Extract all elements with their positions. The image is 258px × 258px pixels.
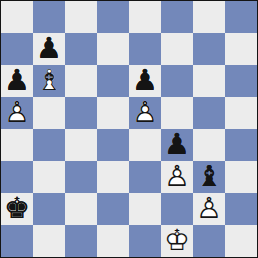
square-a4[interactable] [1, 129, 33, 161]
square-h5[interactable] [225, 97, 257, 129]
square-d4[interactable] [97, 129, 129, 161]
square-c5[interactable] [65, 97, 97, 129]
square-f4[interactable]: ♟♟ [161, 129, 193, 161]
piece-white-pawn[interactable]: ♟♙ [161, 161, 193, 193]
piece-black-pawn[interactable]: ♟♟ [33, 33, 65, 65]
square-e4[interactable] [129, 129, 161, 161]
square-f1[interactable]: ♚♔ [161, 225, 193, 257]
square-a7[interactable] [1, 33, 33, 65]
square-e2[interactable] [129, 193, 161, 225]
square-e7[interactable] [129, 33, 161, 65]
square-f5[interactable] [161, 97, 193, 129]
white-pawn-glyph-outline: ♙ [1, 97, 33, 129]
square-f8[interactable] [161, 1, 193, 33]
square-b5[interactable] [33, 97, 65, 129]
square-d2[interactable] [97, 193, 129, 225]
square-d5[interactable] [97, 97, 129, 129]
white-bishop-glyph-outline: ♗ [33, 65, 65, 97]
square-b3[interactable] [33, 161, 65, 193]
square-c7[interactable] [65, 33, 97, 65]
square-f6[interactable] [161, 65, 193, 97]
square-g6[interactable] [193, 65, 225, 97]
square-h6[interactable] [225, 65, 257, 97]
square-g2[interactable]: ♟♙ [193, 193, 225, 225]
square-b6[interactable]: ♝♗ [33, 65, 65, 97]
piece-black-pawn[interactable]: ♟♟ [161, 129, 193, 161]
square-h4[interactable] [225, 129, 257, 161]
square-c3[interactable] [65, 161, 97, 193]
white-pawn-glyph-outline: ♙ [193, 193, 225, 225]
piece-black-king[interactable]: ♚♚ [1, 193, 33, 225]
square-d7[interactable] [97, 33, 129, 65]
white-pawn-glyph-outline: ♙ [129, 97, 161, 129]
square-f2[interactable] [161, 193, 193, 225]
square-e3[interactable] [129, 161, 161, 193]
chess-board: ♟♟♟♟♝♗♟♟♟♙♟♙♟♟♟♙♝♝♚♚♟♙♚♔ [1, 1, 257, 257]
square-c4[interactable] [65, 129, 97, 161]
black-pawn-glyph-outline: ♟ [1, 65, 33, 97]
white-pawn-glyph-outline: ♙ [161, 161, 193, 193]
square-d6[interactable] [97, 65, 129, 97]
square-b8[interactable] [33, 1, 65, 33]
black-pawn-glyph-outline: ♟ [33, 33, 65, 65]
square-b1[interactable] [33, 225, 65, 257]
square-d3[interactable] [97, 161, 129, 193]
square-g4[interactable] [193, 129, 225, 161]
square-h2[interactable] [225, 193, 257, 225]
piece-black-pawn[interactable]: ♟♟ [1, 65, 33, 97]
square-g7[interactable] [193, 33, 225, 65]
square-b2[interactable] [33, 193, 65, 225]
square-b4[interactable] [33, 129, 65, 161]
piece-white-king[interactable]: ♚♔ [161, 225, 193, 257]
square-e8[interactable] [129, 1, 161, 33]
white-king-glyph-outline: ♔ [161, 225, 193, 257]
square-a3[interactable] [1, 161, 33, 193]
square-e6[interactable]: ♟♟ [129, 65, 161, 97]
black-pawn-glyph-outline: ♟ [161, 129, 193, 161]
square-h1[interactable] [225, 225, 257, 257]
square-g5[interactable] [193, 97, 225, 129]
square-h3[interactable] [225, 161, 257, 193]
square-h7[interactable] [225, 33, 257, 65]
black-bishop-glyph-outline: ♝ [193, 161, 225, 193]
square-e5[interactable]: ♟♙ [129, 97, 161, 129]
square-b7[interactable]: ♟♟ [33, 33, 65, 65]
square-a1[interactable] [1, 225, 33, 257]
piece-black-bishop[interactable]: ♝♝ [193, 161, 225, 193]
square-g1[interactable] [193, 225, 225, 257]
chess-board-frame: ♟♟♟♟♝♗♟♟♟♙♟♙♟♟♟♙♝♝♚♚♟♙♚♔ [0, 0, 258, 258]
square-f3[interactable]: ♟♙ [161, 161, 193, 193]
square-a8[interactable] [1, 1, 33, 33]
square-a5[interactable]: ♟♙ [1, 97, 33, 129]
square-d1[interactable] [97, 225, 129, 257]
square-h8[interactable] [225, 1, 257, 33]
piece-white-pawn[interactable]: ♟♙ [129, 97, 161, 129]
black-pawn-glyph-outline: ♟ [129, 65, 161, 97]
piece-white-pawn[interactable]: ♟♙ [193, 193, 225, 225]
piece-black-pawn[interactable]: ♟♟ [129, 65, 161, 97]
square-f7[interactable] [161, 33, 193, 65]
piece-white-pawn[interactable]: ♟♙ [1, 97, 33, 129]
square-g8[interactable] [193, 1, 225, 33]
square-g3[interactable]: ♝♝ [193, 161, 225, 193]
square-a6[interactable]: ♟♟ [1, 65, 33, 97]
square-d8[interactable] [97, 1, 129, 33]
square-c6[interactable] [65, 65, 97, 97]
square-a2[interactable]: ♚♚ [1, 193, 33, 225]
black-king-glyph-outline: ♚ [1, 193, 33, 225]
square-e1[interactable] [129, 225, 161, 257]
piece-white-bishop[interactable]: ♝♗ [33, 65, 65, 97]
square-c8[interactable] [65, 1, 97, 33]
square-c1[interactable] [65, 225, 97, 257]
square-c2[interactable] [65, 193, 97, 225]
